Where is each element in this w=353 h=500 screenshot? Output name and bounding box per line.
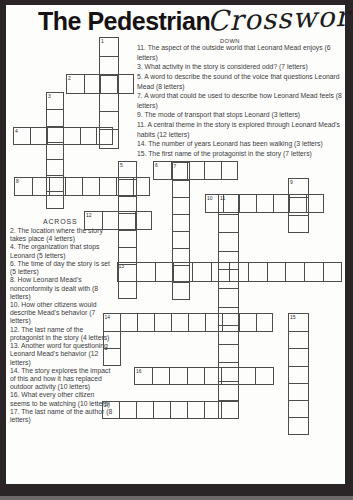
crossword-cell[interactable] (173, 214, 190, 231)
crossword-cell[interactable] (219, 214, 238, 233)
crossword-cell[interactable] (119, 230, 136, 247)
crossword-cell[interactable]: 8 (15, 178, 32, 195)
crossword-cell[interactable] (173, 231, 190, 248)
crossword-cell[interactable] (219, 344, 238, 363)
cell-number: 3 (48, 93, 51, 99)
crossword-run-3: 3 (46, 92, 64, 209)
crossword-cell[interactable] (100, 93, 118, 111)
crossword-cell[interactable] (239, 195, 256, 212)
crossword-cell[interactable] (173, 248, 190, 265)
crossword-run-9: 9 (288, 178, 309, 233)
crossword-cell[interactable] (304, 263, 323, 282)
crossword-cell[interactable] (154, 314, 171, 331)
cell-number: 16 (136, 368, 142, 374)
crossword-cell[interactable] (170, 402, 187, 419)
crossword-cell[interactable]: 9 (289, 179, 308, 197)
crossword-cell[interactable] (82, 178, 99, 195)
crossword-cell[interactable] (289, 383, 308, 400)
crossword-cell[interactable] (99, 178, 116, 195)
crossword-cell[interactable] (306, 195, 323, 212)
crossword-cell[interactable]: 2 (67, 75, 84, 94)
cell-number: 17 (104, 402, 110, 408)
crossword-cell[interactable] (219, 362, 238, 381)
crossword-cell[interactable] (104, 348, 121, 365)
crossword-cell[interactable]: 5 (119, 162, 136, 179)
crossword-cell[interactable] (47, 142, 63, 158)
crossword-cell[interactable] (80, 128, 96, 145)
cell-number: 10 (207, 195, 213, 201)
crossword-cell[interactable] (221, 162, 238, 180)
worksheet-page: The Pedestrian Crossword DOWN 11. The as… (0, 0, 353, 500)
crossword-cell[interactable] (120, 314, 137, 331)
cell-number: 7 (174, 163, 177, 169)
crossword-cell[interactable] (255, 368, 272, 385)
crossword-cell[interactable] (289, 215, 308, 233)
crossword-cell[interactable] (47, 191, 63, 207)
crossword-cell[interactable]: 3 (47, 93, 63, 109)
crossword-cell[interactable] (119, 264, 136, 281)
crossword-cell[interactable] (219, 251, 238, 270)
crossword-cell[interactable] (47, 159, 63, 175)
crossword-run-1: 1 (99, 37, 119, 149)
crossword-run-11: 11 (218, 194, 239, 419)
cell-number: 12 (86, 212, 92, 218)
crossword-cell[interactable]: 17 (103, 402, 120, 419)
crossword-cell[interactable] (219, 307, 238, 326)
crossword-cell[interactable] (285, 263, 304, 282)
crossword-cell[interactable] (119, 213, 136, 230)
crossword-cell[interactable] (119, 247, 136, 264)
crossword-run-6: 6 (153, 161, 238, 181)
cell-number: 1 (101, 38, 104, 44)
crossword-cell[interactable] (289, 417, 308, 434)
crossword-cell[interactable] (219, 288, 238, 307)
cell-number: 6 (155, 162, 158, 168)
crossword-cell[interactable] (173, 180, 190, 197)
crossword-cell[interactable] (104, 314, 121, 331)
crossword-cell[interactable] (219, 232, 238, 251)
crossword-run-14: 14 (103, 313, 274, 332)
crossword-cell[interactable] (273, 195, 290, 212)
crossword-cell[interactable] (219, 381, 238, 400)
crossword-cell[interactable]: 15 (289, 314, 308, 331)
crossword-grid: 2468101213141617135791115 (0, 0, 353, 500)
crossword-cell[interactable] (256, 195, 273, 212)
crossword-cell[interactable] (204, 162, 221, 180)
crossword-cell[interactable] (135, 212, 152, 230)
crossword-cell[interactable] (267, 263, 286, 282)
crossword-run-16: 16 (134, 367, 274, 386)
crossword-cell[interactable] (30, 128, 46, 145)
crossword-run-7: 7 (172, 162, 191, 300)
crossword-cell[interactable] (323, 263, 342, 282)
crossword-run-5: 5 (118, 161, 137, 300)
crossword-cell[interactable] (47, 109, 63, 125)
crossword-cell[interactable] (100, 75, 118, 93)
crossword-cell[interactable]: 1 (100, 38, 118, 56)
crossword-cell[interactable] (238, 368, 255, 385)
crossword-cell[interactable] (289, 348, 308, 365)
crossword-cell[interactable] (173, 265, 190, 282)
crossword-cell[interactable]: 11 (219, 195, 238, 214)
crossword-cell[interactable] (153, 402, 170, 419)
crossword-cell[interactable] (173, 197, 190, 214)
cell-number: 5 (120, 162, 123, 168)
crossword-cell[interactable] (47, 175, 63, 191)
crossword-cell[interactable] (219, 400, 238, 419)
crossword-cell[interactable] (119, 196, 136, 213)
crossword-cell[interactable] (136, 263, 155, 282)
crossword-cell[interactable] (100, 111, 118, 129)
crossword-cell[interactable] (152, 368, 169, 385)
crossword-cell[interactable] (173, 282, 190, 299)
crossword-cell[interactable] (100, 56, 118, 74)
crossword-cell[interactable] (104, 331, 121, 348)
cell-number: 4 (15, 128, 18, 134)
crossword-cell[interactable] (248, 263, 267, 282)
crossword-cell[interactable] (239, 314, 256, 331)
crossword-cell[interactable] (256, 314, 273, 331)
crossword-cell[interactable] (102, 212, 119, 230)
cell-number: 2 (68, 75, 71, 81)
crossword-cell[interactable] (84, 75, 101, 94)
crossword-cell[interactable] (289, 331, 308, 348)
crossword-cell[interactable] (63, 128, 79, 145)
crossword-cell[interactable] (289, 197, 308, 215)
crossword-cell[interactable] (119, 281, 136, 298)
crossword-cell[interactable] (192, 263, 211, 282)
crossword-cell[interactable] (137, 314, 154, 331)
cell-number: 11 (220, 195, 225, 201)
crossword-cell[interactable] (289, 400, 308, 417)
cell-number: 8 (16, 178, 19, 184)
crossword-cell[interactable] (65, 178, 82, 195)
cell-number: 9 (290, 179, 293, 185)
crossword-cell[interactable] (136, 402, 153, 419)
crossword-cell[interactable] (289, 366, 308, 383)
crossword-cell[interactable]: 12 (85, 212, 102, 230)
crossword-cell[interactable] (119, 179, 136, 196)
crossword-cell[interactable] (187, 368, 204, 385)
crossword-cell[interactable]: 6 (154, 162, 171, 180)
crossword-cell[interactable]: 7 (173, 163, 190, 180)
crossword-cell[interactable]: 16 (135, 368, 152, 385)
crossword-cell[interactable] (171, 314, 188, 331)
crossword-cell[interactable] (100, 129, 118, 147)
crossword-cell[interactable] (219, 269, 238, 288)
crossword-cell[interactable] (219, 325, 238, 344)
crossword-cell[interactable] (169, 368, 186, 385)
crossword-cell[interactable] (187, 402, 204, 419)
crossword-cell[interactable] (119, 402, 136, 419)
cell-number: 15 (290, 314, 296, 320)
crossword-run-15: 15 (288, 313, 309, 435)
crossword-cell[interactable]: 4 (14, 128, 30, 145)
crossword-cell[interactable] (47, 126, 63, 142)
crossword-run-14d (103, 313, 122, 366)
crossword-cell[interactable] (188, 314, 205, 331)
